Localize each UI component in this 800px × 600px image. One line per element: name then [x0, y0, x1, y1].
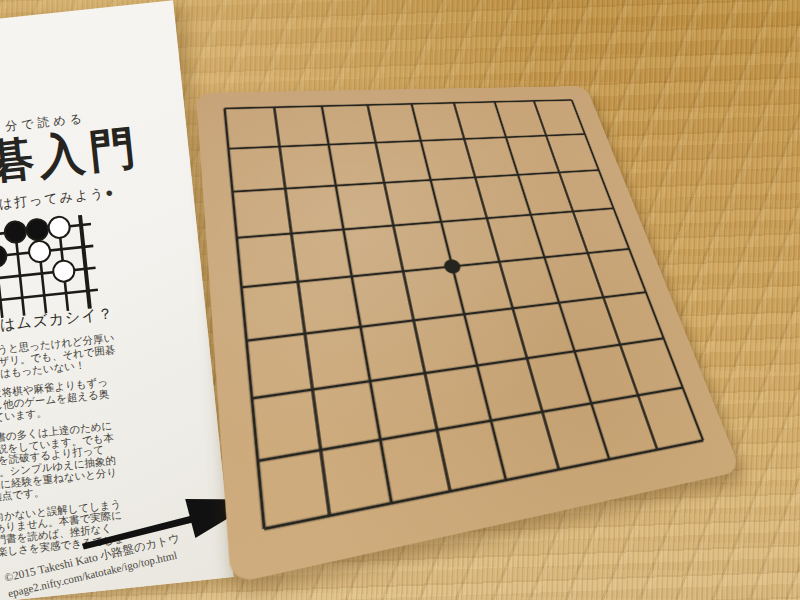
diagram-white-stone [52, 260, 75, 283]
diagram-black-stone [0, 245, 7, 268]
diagram-white-stone [48, 216, 71, 239]
photo-scene: { "game": "go", "board": { "size": 9, "s… [0, 0, 800, 600]
star-point [443, 259, 462, 275]
diagram-white-stone [28, 240, 51, 263]
diagram-black-stone [26, 218, 49, 241]
diagram-black-stone [4, 220, 27, 243]
